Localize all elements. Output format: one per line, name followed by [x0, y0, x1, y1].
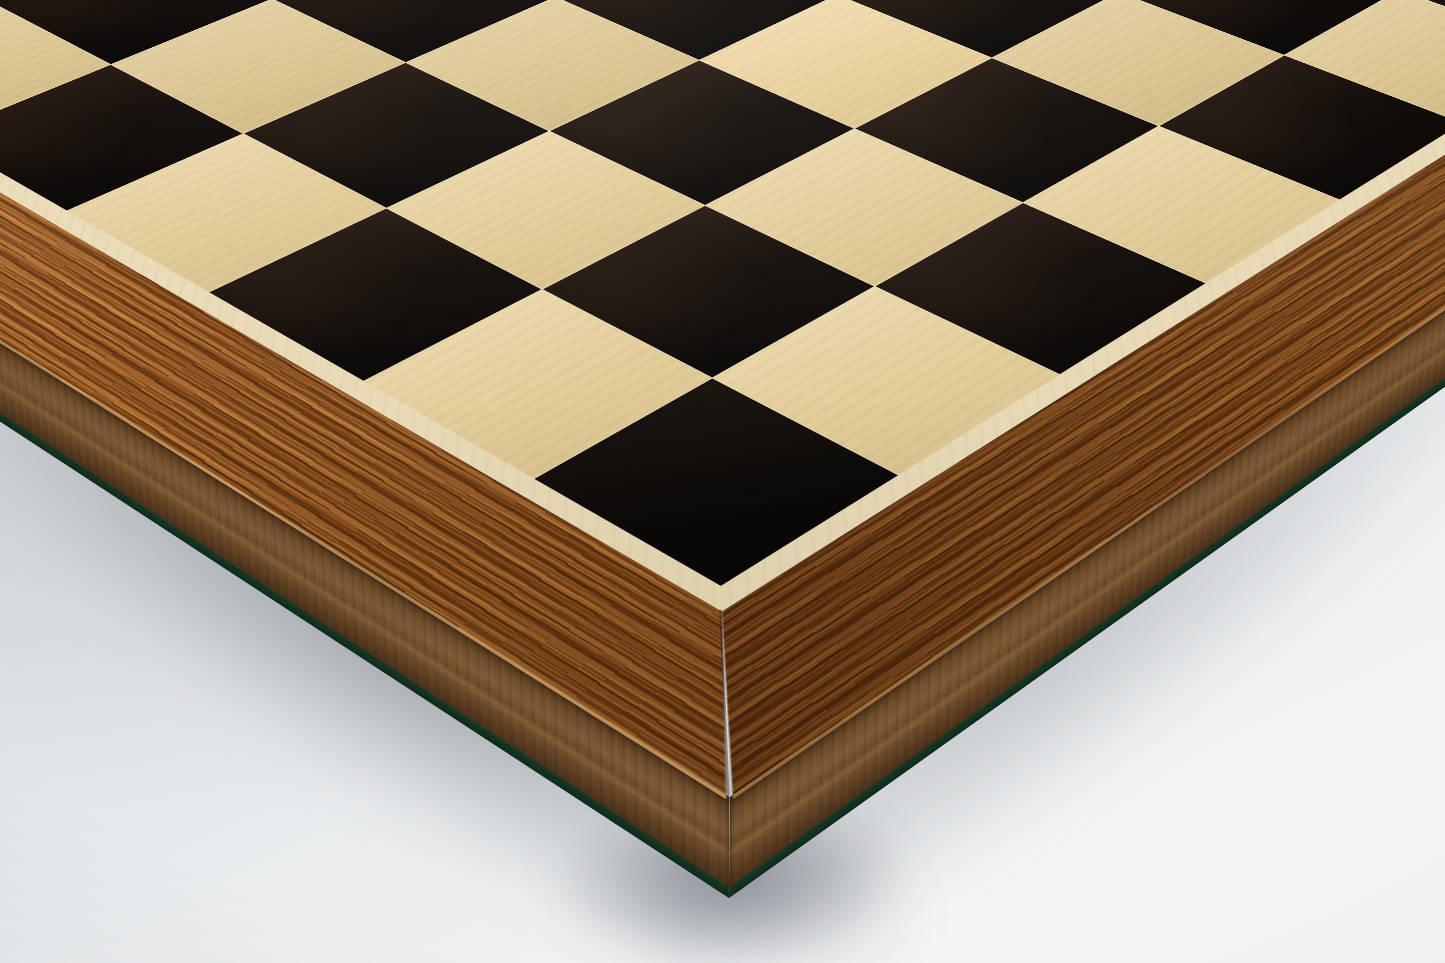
- square-e4: [556, 0, 837, 60]
- square-d3: [273, 0, 554, 62]
- square-h7: [1400, 0, 1445, 53]
- photo-scene: [0, 0, 1445, 963]
- square-c2: [0, 0, 272, 64]
- square-g6: [1119, 0, 1398, 55]
- square-f5: [838, 0, 1118, 57]
- chessboard: [0, 0, 1445, 797]
